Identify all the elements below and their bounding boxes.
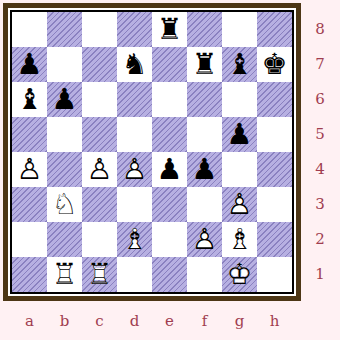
square-e3[interactable] [152, 187, 187, 222]
square-g7[interactable]: ♝ [222, 47, 257, 82]
white-piece-outline: ♙ [222, 187, 257, 222]
square-a4[interactable]: ♟♙ [12, 152, 47, 187]
square-g3[interactable]: ♟♙ [222, 187, 257, 222]
square-f2[interactable]: ♟♙ [187, 222, 222, 257]
square-a8[interactable] [12, 12, 47, 47]
square-d5[interactable] [117, 117, 152, 152]
white-piece-outline: ♖ [82, 257, 117, 292]
white-piece-outline: ♗ [117, 222, 152, 257]
black-bishop[interactable]: ♝ [222, 47, 257, 82]
square-f4[interactable]: ♟ [187, 152, 222, 187]
square-h7[interactable]: ♚ [257, 47, 292, 82]
square-d3[interactable] [117, 187, 152, 222]
black-pawn[interactable]: ♟ [187, 152, 222, 187]
square-a6[interactable]: ♝ [12, 82, 47, 117]
square-e8[interactable]: ♜ [152, 12, 187, 47]
square-g8[interactable] [222, 12, 257, 47]
square-d6[interactable] [117, 82, 152, 117]
square-f1[interactable] [187, 257, 222, 292]
white-piece-outline: ♙ [82, 152, 117, 187]
square-a3[interactable] [12, 187, 47, 222]
black-bishop[interactable]: ♝ [12, 82, 47, 117]
black-pawn[interactable]: ♟ [152, 152, 187, 187]
square-c4[interactable]: ♟♙ [82, 152, 117, 187]
square-f3[interactable] [187, 187, 222, 222]
file-label-f: f [187, 303, 222, 339]
rank-label-8: 8 [302, 12, 338, 47]
square-a1[interactable] [12, 257, 47, 292]
square-f7[interactable]: ♜ [187, 47, 222, 82]
square-h5[interactable] [257, 117, 292, 152]
square-h8[interactable] [257, 12, 292, 47]
square-f6[interactable] [187, 82, 222, 117]
square-b5[interactable] [47, 117, 82, 152]
rank-label-2: 2 [302, 222, 338, 257]
square-h3[interactable] [257, 187, 292, 222]
file-label-g: g [222, 303, 257, 339]
square-d4[interactable]: ♟♙ [117, 152, 152, 187]
square-g5[interactable]: ♟ [222, 117, 257, 152]
file-label-d: d [117, 303, 152, 339]
white-piece-outline: ♖ [47, 257, 82, 292]
square-h1[interactable] [257, 257, 292, 292]
square-d7[interactable]: ♞ [117, 47, 152, 82]
square-g2[interactable]: ♝♗ [222, 222, 257, 257]
square-c7[interactable] [82, 47, 117, 82]
rank-label-5: 5 [302, 117, 338, 152]
black-rook[interactable]: ♜ [152, 12, 187, 47]
white-piece-outline: ♙ [12, 152, 47, 187]
rank-label-3: 3 [302, 187, 338, 222]
square-b7[interactable] [47, 47, 82, 82]
black-pawn[interactable]: ♟ [47, 82, 82, 117]
square-g1[interactable]: ♚♔ [222, 257, 257, 292]
white-king[interactable]: ♚♔ [222, 257, 257, 292]
black-king[interactable]: ♚ [257, 47, 292, 82]
square-f5[interactable] [187, 117, 222, 152]
square-d8[interactable] [117, 12, 152, 47]
square-e1[interactable] [152, 257, 187, 292]
file-label-h: h [257, 303, 292, 339]
square-a2[interactable] [12, 222, 47, 257]
square-c2[interactable] [82, 222, 117, 257]
rank-label-6: 6 [302, 82, 338, 117]
square-a7[interactable]: ♟ [12, 47, 47, 82]
white-bishop[interactable]: ♝♗ [117, 222, 152, 257]
file-label-a: a [12, 303, 47, 339]
square-h4[interactable] [257, 152, 292, 187]
white-piece-outline: ♔ [222, 257, 257, 292]
square-b4[interactable] [47, 152, 82, 187]
square-c6[interactable] [82, 82, 117, 117]
white-rook[interactable]: ♜♖ [82, 257, 117, 292]
square-h2[interactable] [257, 222, 292, 257]
square-b8[interactable] [47, 12, 82, 47]
rank-label-1: 1 [302, 257, 338, 292]
black-pawn[interactable]: ♟ [12, 47, 47, 82]
square-c5[interactable] [82, 117, 117, 152]
black-knight[interactable]: ♞ [117, 47, 152, 82]
rank-labels: 87654321 [302, 12, 338, 292]
white-piece-outline: ♗ [222, 222, 257, 257]
chess-board: ♜♟♞♜♝♚♝♟♟♟♙♟♙♟♙♟♟♞♘♟♙♝♗♟♙♝♗♜♖♜♖♚♔ [12, 12, 292, 292]
square-e4[interactable]: ♟ [152, 152, 187, 187]
chess-diagram: { "game": "chess", "board_orientation": … [0, 0, 340, 340]
square-g6[interactable] [222, 82, 257, 117]
square-g4[interactable] [222, 152, 257, 187]
file-labels: abcdefgh [12, 303, 292, 339]
square-b3[interactable]: ♞♘ [47, 187, 82, 222]
square-f8[interactable] [187, 12, 222, 47]
white-piece-outline: ♙ [187, 222, 222, 257]
white-bishop[interactable]: ♝♗ [222, 222, 257, 257]
black-pawn[interactable]: ♟ [222, 117, 257, 152]
square-c1[interactable]: ♜♖ [82, 257, 117, 292]
white-pawn[interactable]: ♟♙ [187, 222, 222, 257]
white-pawn[interactable]: ♟♙ [222, 187, 257, 222]
square-e5[interactable] [152, 117, 187, 152]
file-label-c: c [82, 303, 117, 339]
rank-label-4: 4 [302, 152, 338, 187]
white-pawn[interactable]: ♟♙ [117, 152, 152, 187]
square-e7[interactable] [152, 47, 187, 82]
white-knight[interactable]: ♞♘ [47, 187, 82, 222]
square-d1[interactable] [117, 257, 152, 292]
file-label-b: b [47, 303, 82, 339]
black-rook[interactable]: ♜ [187, 47, 222, 82]
square-d2[interactable]: ♝♗ [117, 222, 152, 257]
white-pawn[interactable]: ♟♙ [12, 152, 47, 187]
square-e2[interactable] [152, 222, 187, 257]
white-piece-outline: ♙ [117, 152, 152, 187]
square-c8[interactable] [82, 12, 117, 47]
board-frame: ♜♟♞♜♝♚♝♟♟♟♙♟♙♟♙♟♟♞♘♟♙♝♗♟♙♝♗♜♖♜♖♚♔ [3, 3, 301, 301]
white-rook[interactable]: ♜♖ [47, 257, 82, 292]
board-border: ♜♟♞♜♝♚♝♟♟♟♙♟♙♟♙♟♟♞♘♟♙♝♗♟♙♝♗♜♖♜♖♚♔ [10, 10, 294, 294]
file-label-e: e [152, 303, 187, 339]
white-pawn[interactable]: ♟♙ [82, 152, 117, 187]
square-e6[interactable] [152, 82, 187, 117]
square-h6[interactable] [257, 82, 292, 117]
square-a5[interactable] [12, 117, 47, 152]
square-b6[interactable]: ♟ [47, 82, 82, 117]
square-c3[interactable] [82, 187, 117, 222]
rank-label-7: 7 [302, 47, 338, 82]
square-b2[interactable] [47, 222, 82, 257]
white-piece-outline: ♘ [47, 187, 82, 222]
square-b1[interactable]: ♜♖ [47, 257, 82, 292]
